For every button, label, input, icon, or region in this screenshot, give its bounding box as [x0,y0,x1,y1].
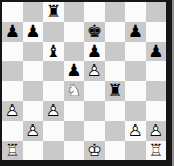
black-pawn[interactable]: ♟ [64,61,85,81]
black-pawn[interactable]: ♟ [125,22,146,42]
white-pawn[interactable]: ♟♙ [2,101,23,121]
square-f8[interactable] [105,2,126,22]
square-c5[interactable] [43,61,64,81]
white-pawn[interactable]: ♟♙ [125,121,146,141]
square-h5[interactable] [146,61,167,81]
piece-outline: ♖ [2,141,23,161]
square-c3[interactable]: ♟♙ [43,101,64,121]
square-c6[interactable]: ♝ [43,42,64,62]
square-g5[interactable] [125,61,146,81]
square-f7[interactable] [105,22,126,42]
square-a2[interactable] [2,121,23,141]
white-pawn[interactable]: ♟♙ [84,61,105,81]
piece-glyph: ♜ [43,2,64,22]
square-h4[interactable] [146,81,167,101]
square-a1[interactable]: ♜♖ [2,141,23,161]
black-bishop[interactable]: ♝ [43,42,64,62]
black-pawn[interactable]: ♟ [84,42,105,62]
piece-outline: ♘ [64,81,85,101]
square-f3[interactable] [105,101,126,121]
white-pawn[interactable]: ♟♙ [23,121,44,141]
square-d2[interactable] [64,121,85,141]
black-rook[interactable]: ♜ [105,81,126,101]
square-h8[interactable] [146,2,167,22]
piece-outline: ♙ [2,101,23,121]
chess-board: ♜♟♟♚♟♝♟♟♟♟♙♞♘♜♟♙♟♙♟♙♟♙♟♙♜♖♚♔♜♖ [2,2,166,160]
square-h3[interactable] [146,101,167,121]
white-king[interactable]: ♚♔ [84,141,105,161]
square-a4[interactable] [2,81,23,101]
square-e5[interactable]: ♟♙ [84,61,105,81]
piece-outline: ♙ [43,101,64,121]
square-h7[interactable] [146,22,167,42]
piece-outline: ♙ [146,121,167,141]
square-e3[interactable] [84,101,105,121]
white-pawn[interactable]: ♟♙ [146,121,167,141]
square-b3[interactable] [23,101,44,121]
square-g7[interactable]: ♟ [125,22,146,42]
piece-glyph: ♟ [64,61,85,81]
square-b4[interactable] [23,81,44,101]
square-d3[interactable] [64,101,85,121]
black-pawn[interactable]: ♟ [2,22,23,42]
square-f2[interactable] [105,121,126,141]
piece-glyph: ♜ [105,81,126,101]
square-e8[interactable] [84,2,105,22]
square-b2[interactable]: ♟♙ [23,121,44,141]
black-pawn[interactable]: ♟ [146,42,167,62]
square-c7[interactable] [43,22,64,42]
square-c2[interactable] [43,121,64,141]
piece-glyph: ♟ [23,22,44,42]
board-right-edge-strip [172,0,174,166]
square-e2[interactable] [84,121,105,141]
black-pawn[interactable]: ♟ [23,22,44,42]
piece-outline: ♖ [146,141,167,161]
square-d8[interactable] [64,2,85,22]
square-g2[interactable]: ♟♙ [125,121,146,141]
chess-board-frame: ♜♟♟♚♟♝♟♟♟♟♙♞♘♜♟♙♟♙♟♙♟♙♟♙♜♖♚♔♜♖ [0,0,174,166]
square-b1[interactable] [23,141,44,161]
square-d1[interactable] [64,141,85,161]
square-c4[interactable] [43,81,64,101]
square-e1[interactable]: ♚♔ [84,141,105,161]
white-knight[interactable]: ♞♘ [64,81,85,101]
square-h1[interactable]: ♜♖ [146,141,167,161]
square-c1[interactable] [43,141,64,161]
square-g1[interactable] [125,141,146,161]
square-b8[interactable] [23,2,44,22]
square-d4[interactable]: ♞♘ [64,81,85,101]
square-e6[interactable]: ♟ [84,42,105,62]
white-rook[interactable]: ♜♖ [2,141,23,161]
piece-outline: ♔ [84,141,105,161]
square-h6[interactable]: ♟ [146,42,167,62]
piece-glyph: ♟ [146,42,167,62]
square-h2[interactable]: ♟♙ [146,121,167,141]
square-f5[interactable] [105,61,126,81]
piece-outline: ♙ [84,61,105,81]
square-a3[interactable]: ♟♙ [2,101,23,121]
square-c8[interactable]: ♜ [43,2,64,22]
square-f1[interactable] [105,141,126,161]
black-rook[interactable]: ♜ [43,2,64,22]
square-g4[interactable] [125,81,146,101]
piece-glyph: ♟ [84,42,105,62]
piece-glyph: ♟ [125,22,146,42]
piece-glyph: ♟ [2,22,23,42]
square-g6[interactable] [125,42,146,62]
square-b7[interactable]: ♟ [23,22,44,42]
piece-glyph: ♚ [84,22,105,42]
square-b5[interactable] [23,61,44,81]
piece-glyph: ♝ [43,42,64,62]
square-d7[interactable] [64,22,85,42]
square-b6[interactable] [23,42,44,62]
square-a5[interactable] [2,61,23,81]
square-a6[interactable] [2,42,23,62]
white-rook[interactable]: ♜♖ [146,141,167,161]
black-king[interactable]: ♚ [84,22,105,42]
piece-outline: ♙ [125,121,146,141]
piece-outline: ♙ [23,121,44,141]
square-g8[interactable] [125,2,146,22]
square-a7[interactable]: ♟ [2,22,23,42]
square-f6[interactable] [105,42,126,62]
square-d5[interactable]: ♟ [64,61,85,81]
white-pawn[interactable]: ♟♙ [43,101,64,121]
square-a8[interactable] [2,2,23,22]
square-d6[interactable] [64,42,85,62]
square-f4[interactable]: ♜ [105,81,126,101]
square-e7[interactable]: ♚ [84,22,105,42]
square-g3[interactable] [125,101,146,121]
square-e4[interactable] [84,81,105,101]
